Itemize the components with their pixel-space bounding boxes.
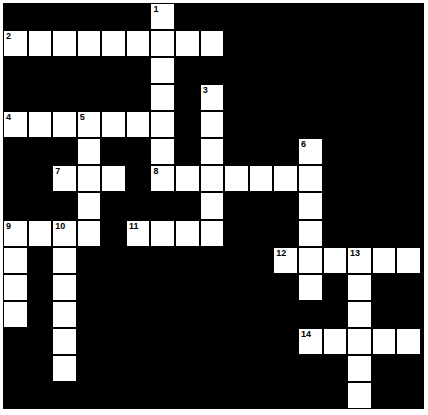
- cell-r10-c0[interactable]: [3, 274, 28, 301]
- clue-number-7: 7: [55, 166, 60, 177]
- block-r5-c1: [28, 138, 53, 165]
- block-r10-c4: [101, 274, 126, 301]
- block-r4-c13: [323, 111, 348, 138]
- block-r3-c4: [101, 84, 126, 111]
- block-r13-c16: [396, 355, 421, 382]
- cell-r4-c2[interactable]: [52, 111, 77, 138]
- block-r14-c9: [224, 382, 249, 409]
- cell-r8-c6[interactable]: [150, 220, 175, 247]
- block-r7-c13: [323, 192, 348, 219]
- block-r1-c11: [273, 30, 298, 57]
- cell-r4-c3[interactable]: 5: [77, 111, 102, 138]
- cell-r8-c0[interactable]: 9: [3, 220, 28, 247]
- block-r7-c15: [372, 192, 397, 219]
- block-r3-c12: [298, 84, 323, 111]
- clue-number-9: 9: [6, 221, 11, 232]
- block-r12-c10: [249, 328, 274, 355]
- block-r13-c0: [3, 355, 28, 382]
- cell-r1-c5[interactable]: [126, 30, 151, 57]
- block-r0-c14: [347, 3, 372, 30]
- cell-r11-c2[interactable]: [52, 301, 77, 328]
- block-r4-c9: [224, 111, 249, 138]
- block-r0-c8: [200, 3, 225, 30]
- cell-r6-c11[interactable]: [273, 165, 298, 192]
- block-r10-c13: [323, 274, 348, 301]
- block-r3-c13: [323, 84, 348, 111]
- block-r0-c4: [101, 3, 126, 30]
- block-r7-c16: [396, 192, 421, 219]
- block-r1-c10: [249, 30, 274, 57]
- block-r7-c7: [175, 192, 200, 219]
- block-r14-c15: [372, 382, 397, 409]
- cell-r6-c2[interactable]: 7: [52, 165, 77, 192]
- block-r8-c11: [273, 220, 298, 247]
- block-r2-c1: [28, 57, 53, 84]
- block-r13-c11: [273, 355, 298, 382]
- block-r12-c8: [200, 328, 225, 355]
- block-r0-c3: [77, 3, 102, 30]
- block-r13-c9: [224, 355, 249, 382]
- cell-r8-c8[interactable]: [200, 220, 225, 247]
- block-r0-c15: [372, 3, 397, 30]
- block-r6-c0: [3, 165, 28, 192]
- block-r6-c16: [396, 165, 421, 192]
- block-r10-c9: [224, 274, 249, 301]
- block-r7-c5: [126, 192, 151, 219]
- block-r5-c4: [101, 138, 126, 165]
- clue-number-8: 8: [153, 166, 158, 177]
- block-r10-c11: [273, 274, 298, 301]
- block-r3-c14: [347, 84, 372, 111]
- cell-r10-c14[interactable]: [347, 274, 372, 301]
- block-r11-c9: [224, 301, 249, 328]
- cell-r1-c8[interactable]: [200, 30, 225, 57]
- block-r2-c14: [347, 57, 372, 84]
- block-r14-c3: [77, 382, 102, 409]
- block-r14-c13: [323, 382, 348, 409]
- cell-r6-c3[interactable]: [77, 165, 102, 192]
- block-r1-c13: [323, 30, 348, 57]
- block-r14-c8: [200, 382, 225, 409]
- cell-r1-c3[interactable]: [77, 30, 102, 57]
- block-r9-c4: [101, 247, 126, 274]
- block-r0-c7: [175, 3, 200, 30]
- cell-r5-c3[interactable]: [77, 138, 102, 165]
- cell-r14-c14[interactable]: [347, 382, 372, 409]
- clue-number-3: 3: [203, 85, 208, 96]
- block-r14-c6: [150, 382, 175, 409]
- cell-r12-c13[interactable]: [323, 328, 348, 355]
- cell-r12-c16[interactable]: [396, 328, 421, 355]
- block-r5-c15: [372, 138, 397, 165]
- cell-r6-c9[interactable]: [224, 165, 249, 192]
- block-r0-c10: [249, 3, 274, 30]
- block-r14-c16: [396, 382, 421, 409]
- block-r1-c14: [347, 30, 372, 57]
- cell-r2-c6[interactable]: [150, 57, 175, 84]
- block-r5-c9: [224, 138, 249, 165]
- block-r2-c7: [175, 57, 200, 84]
- cell-r7-c12[interactable]: [298, 192, 323, 219]
- cell-r8-c7[interactable]: [175, 220, 200, 247]
- block-r6-c13: [323, 165, 348, 192]
- block-r11-c12: [298, 301, 323, 328]
- block-r2-c10: [249, 57, 274, 84]
- block-r9-c7: [175, 247, 200, 274]
- block-r2-c11: [273, 57, 298, 84]
- block-r11-c6: [150, 301, 175, 328]
- block-r3-c2: [52, 84, 77, 111]
- cell-r9-c11[interactable]: 12: [273, 247, 298, 274]
- cell-r12-c2[interactable]: [52, 328, 77, 355]
- block-r7-c4: [101, 192, 126, 219]
- cell-r13-c2[interactable]: [52, 355, 77, 382]
- block-r3-c3: [77, 84, 102, 111]
- block-r11-c1: [28, 301, 53, 328]
- block-r0-c0: [3, 3, 28, 30]
- block-r12-c4: [101, 328, 126, 355]
- block-r2-c8: [200, 57, 225, 84]
- cell-r1-c7[interactable]: [175, 30, 200, 57]
- block-r0-c12: [298, 3, 323, 30]
- clue-number-5: 5: [80, 112, 85, 123]
- block-r8-c10: [249, 220, 274, 247]
- cell-r1-c6[interactable]: [150, 30, 175, 57]
- block-r8-c9: [224, 220, 249, 247]
- block-r8-c15: [372, 220, 397, 247]
- block-r12-c11: [273, 328, 298, 355]
- block-r4-c15: [372, 111, 397, 138]
- block-r3-c16: [396, 84, 421, 111]
- cell-r6-c6[interactable]: 8: [150, 165, 175, 192]
- block-r14-c7: [175, 382, 200, 409]
- block-r4-c12: [298, 111, 323, 138]
- block-r12-c0: [3, 328, 28, 355]
- cell-r4-c8[interactable]: [200, 111, 225, 138]
- cell-r9-c15[interactable]: [372, 247, 397, 274]
- block-r5-c0: [3, 138, 28, 165]
- block-r7-c14: [347, 192, 372, 219]
- block-r14-c0: [3, 382, 28, 409]
- block-r13-c13: [323, 355, 348, 382]
- block-r3-c10: [249, 84, 274, 111]
- cell-r5-c6[interactable]: [150, 138, 175, 165]
- block-r3-c9: [224, 84, 249, 111]
- block-r1-c16: [396, 30, 421, 57]
- block-r0-c16: [396, 3, 421, 30]
- clue-number-14: 14: [301, 329, 311, 340]
- block-r13-c3: [77, 355, 102, 382]
- block-r5-c13: [323, 138, 348, 165]
- block-r8-c4: [101, 220, 126, 247]
- cell-r6-c12[interactable]: [298, 165, 323, 192]
- cell-r4-c5[interactable]: [126, 111, 151, 138]
- cell-r13-c14[interactable]: [347, 355, 372, 382]
- block-r11-c13: [323, 301, 348, 328]
- block-r13-c8: [200, 355, 225, 382]
- block-r7-c11: [273, 192, 298, 219]
- cell-r4-c4[interactable]: [101, 111, 126, 138]
- cell-r12-c15[interactable]: [372, 328, 397, 355]
- cell-r4-c6[interactable]: [150, 111, 175, 138]
- block-r4-c14: [347, 111, 372, 138]
- block-r10-c3: [77, 274, 102, 301]
- cell-r12-c12[interactable]: 14: [298, 328, 323, 355]
- block-r13-c4: [101, 355, 126, 382]
- cell-r10-c2[interactable]: [52, 274, 77, 301]
- cell-r4-c1[interactable]: [28, 111, 53, 138]
- cell-r6-c4[interactable]: [101, 165, 126, 192]
- block-r5-c5: [126, 138, 151, 165]
- block-r12-c9: [224, 328, 249, 355]
- block-r2-c5: [126, 57, 151, 84]
- cell-r8-c5[interactable]: 11: [126, 220, 151, 247]
- cell-r8-c12[interactable]: [298, 220, 323, 247]
- cell-r9-c14[interactable]: 13: [347, 247, 372, 274]
- block-r2-c15: [372, 57, 397, 84]
- block-r9-c9: [224, 247, 249, 274]
- cell-r3-c6[interactable]: [150, 84, 175, 111]
- block-r11-c10: [249, 301, 274, 328]
- block-r10-c10: [249, 274, 274, 301]
- block-r9-c1: [28, 247, 53, 274]
- block-r8-c16: [396, 220, 421, 247]
- block-r0-c1: [28, 3, 53, 30]
- block-r14-c10: [249, 382, 274, 409]
- block-r13-c5: [126, 355, 151, 382]
- block-r6-c15: [372, 165, 397, 192]
- block-r7-c9: [224, 192, 249, 219]
- block-r2-c4: [101, 57, 126, 84]
- block-r6-c5: [126, 165, 151, 192]
- cell-r1-c0[interactable]: 2: [3, 30, 28, 57]
- block-r9-c8: [200, 247, 225, 274]
- block-r13-c12: [298, 355, 323, 382]
- block-r5-c14: [347, 138, 372, 165]
- block-r10-c8: [200, 274, 225, 301]
- block-r0-c11: [273, 3, 298, 30]
- cell-r1-c2[interactable]: [52, 30, 77, 57]
- block-r3-c11: [273, 84, 298, 111]
- cell-r8-c1[interactable]: [28, 220, 53, 247]
- block-r14-c1: [28, 382, 53, 409]
- block-r0-c9: [224, 3, 249, 30]
- block-r8-c14: [347, 220, 372, 247]
- block-r3-c15: [372, 84, 397, 111]
- crossword-screenshot: 1234567891011121314: [0, 0, 428, 415]
- cell-r9-c13[interactable]: [323, 247, 348, 274]
- clue-number-6: 6: [301, 139, 306, 150]
- cell-r10-c12[interactable]: [298, 274, 323, 301]
- block-r12-c3: [77, 328, 102, 355]
- block-r4-c11: [273, 111, 298, 138]
- block-r7-c2: [52, 192, 77, 219]
- block-r7-c6: [150, 192, 175, 219]
- cell-r4-c0[interactable]: 4: [3, 111, 28, 138]
- cell-r1-c1[interactable]: [28, 30, 53, 57]
- block-r6-c1: [28, 165, 53, 192]
- block-r11-c11: [273, 301, 298, 328]
- cell-r7-c8[interactable]: [200, 192, 225, 219]
- block-r0-c2: [52, 3, 77, 30]
- cell-r9-c12[interactable]: [298, 247, 323, 274]
- cell-r0-c6[interactable]: 1: [150, 3, 175, 30]
- block-r3-c7: [175, 84, 200, 111]
- block-r12-c6: [150, 328, 175, 355]
- block-r12-c7: [175, 328, 200, 355]
- block-r2-c9: [224, 57, 249, 84]
- block-r10-c6: [150, 274, 175, 301]
- block-r6-c14: [347, 165, 372, 192]
- block-r3-c1: [28, 84, 53, 111]
- block-r2-c0: [3, 57, 28, 84]
- block-r1-c15: [372, 30, 397, 57]
- block-r11-c7: [175, 301, 200, 328]
- cell-r6-c10[interactable]: [249, 165, 274, 192]
- block-r14-c4: [101, 382, 126, 409]
- block-r10-c1: [28, 274, 53, 301]
- block-r11-c4: [101, 301, 126, 328]
- block-r9-c6: [150, 247, 175, 274]
- block-r11-c5: [126, 301, 151, 328]
- block-r9-c10: [249, 247, 274, 274]
- clue-number-10: 10: [55, 221, 65, 232]
- puzzle-field: 1234567891011121314: [3, 3, 424, 409]
- block-r5-c2: [52, 138, 77, 165]
- clue-number-2: 2: [6, 31, 11, 42]
- block-r3-c0: [3, 84, 28, 111]
- block-r9-c5: [126, 247, 151, 274]
- block-r5-c7: [175, 138, 200, 165]
- cell-r1-c4[interactable]: [101, 30, 126, 57]
- cell-r9-c0[interactable]: [3, 247, 28, 274]
- block-r4-c16: [396, 111, 421, 138]
- block-r10-c15: [372, 274, 397, 301]
- block-r10-c16: [396, 274, 421, 301]
- block-r12-c5: [126, 328, 151, 355]
- block-r7-c1: [28, 192, 53, 219]
- block-r11-c8: [200, 301, 225, 328]
- clue-number-11: 11: [129, 221, 139, 232]
- cell-r6-c8[interactable]: [200, 165, 225, 192]
- crossword-board: 1234567891011121314: [3, 3, 421, 409]
- clue-number-4: 4: [6, 112, 11, 123]
- block-r2-c3: [77, 57, 102, 84]
- block-r5-c16: [396, 138, 421, 165]
- block-r1-c9: [224, 30, 249, 57]
- block-r7-c0: [3, 192, 28, 219]
- block-r5-c10: [249, 138, 274, 165]
- clue-number-13: 13: [350, 248, 360, 259]
- block-r2-c16: [396, 57, 421, 84]
- cell-r5-c8[interactable]: [200, 138, 225, 165]
- block-r7-c10: [249, 192, 274, 219]
- cell-r7-c3[interactable]: [77, 192, 102, 219]
- cell-r8-c2[interactable]: 10: [52, 220, 77, 247]
- block-r2-c13: [323, 57, 348, 84]
- block-r10-c5: [126, 274, 151, 301]
- block-r14-c2: [52, 382, 77, 409]
- block-r0-c5: [126, 3, 151, 30]
- cell-r6-c7[interactable]: [175, 165, 200, 192]
- clue-number-12: 12: [276, 248, 286, 259]
- block-r1-c12: [298, 30, 323, 57]
- block-r13-c10: [249, 355, 274, 382]
- block-r2-c2: [52, 57, 77, 84]
- block-r13-c15: [372, 355, 397, 382]
- cell-r9-c2[interactable]: [52, 247, 77, 274]
- block-r13-c7: [175, 355, 200, 382]
- block-r10-c7: [175, 274, 200, 301]
- block-r11-c3: [77, 301, 102, 328]
- block-r11-c16: [396, 301, 421, 328]
- block-r8-c13: [323, 220, 348, 247]
- cell-r9-c16[interactable]: [396, 247, 421, 274]
- block-r3-c5: [126, 84, 151, 111]
- cell-r8-c3[interactable]: [77, 220, 102, 247]
- block-r9-c3: [77, 247, 102, 274]
- block-r13-c1: [28, 355, 53, 382]
- cell-r11-c0[interactable]: [3, 301, 28, 328]
- block-r12-c1: [28, 328, 53, 355]
- block-r2-c12: [298, 57, 323, 84]
- block-r4-c10: [249, 111, 274, 138]
- block-r0-c13: [323, 3, 348, 30]
- block-r4-c7: [175, 111, 200, 138]
- cell-r12-c14[interactable]: [347, 328, 372, 355]
- cell-r5-c12[interactable]: 6: [298, 138, 323, 165]
- block-r11-c15: [372, 301, 397, 328]
- clue-number-1: 1: [153, 4, 158, 15]
- cell-r3-c8[interactable]: 3: [200, 84, 225, 111]
- block-r14-c5: [126, 382, 151, 409]
- block-r14-c11: [273, 382, 298, 409]
- block-r13-c6: [150, 355, 175, 382]
- cell-r11-c14[interactable]: [347, 301, 372, 328]
- block-r5-c11: [273, 138, 298, 165]
- block-r14-c12: [298, 382, 323, 409]
